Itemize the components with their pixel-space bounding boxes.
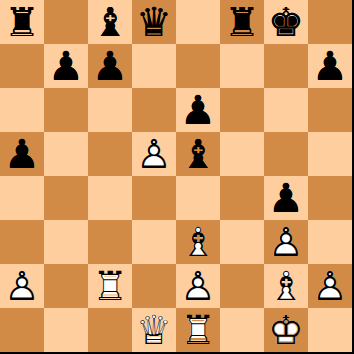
- square-c8[interactable]: ♝♝: [88, 0, 132, 44]
- square-c2[interactable]: ♜♖: [88, 264, 132, 308]
- white-pawn-icon[interactable]: ♟♙: [132, 132, 176, 176]
- square-a2[interactable]: ♟♙: [0, 264, 44, 308]
- square-g5[interactable]: [264, 132, 308, 176]
- square-d4[interactable]: [132, 176, 176, 220]
- white-pawn-icon[interactable]: ♟♙: [308, 264, 352, 308]
- square-a3[interactable]: [0, 220, 44, 264]
- square-c5[interactable]: [88, 132, 132, 176]
- black-pawn-icon[interactable]: ♟♟: [308, 44, 352, 88]
- square-f8[interactable]: ♜♜: [220, 0, 264, 44]
- square-c3[interactable]: [88, 220, 132, 264]
- black-rook-icon[interactable]: ♜♜: [220, 0, 264, 44]
- piece-outline-layer: ♕: [132, 308, 176, 352]
- piece-outline-layer: ♜: [220, 0, 264, 44]
- piece-outline-layer: ♝: [176, 132, 220, 176]
- black-bishop-icon[interactable]: ♝♝: [176, 132, 220, 176]
- square-g6[interactable]: [264, 88, 308, 132]
- square-a5[interactable]: ♟♟: [0, 132, 44, 176]
- square-h1[interactable]: [308, 308, 352, 352]
- square-d7[interactable]: [132, 44, 176, 88]
- piece-outline-layer: ♟: [88, 44, 132, 88]
- white-rook-icon[interactable]: ♜♖: [176, 308, 220, 352]
- square-h4[interactable]: [308, 176, 352, 220]
- square-a7[interactable]: [0, 44, 44, 88]
- square-d5[interactable]: ♟♙: [132, 132, 176, 176]
- square-d2[interactable]: [132, 264, 176, 308]
- square-c4[interactable]: [88, 176, 132, 220]
- piece-outline-layer: ♔: [264, 308, 308, 352]
- piece-outline-layer: ♙: [176, 264, 220, 308]
- square-e2[interactable]: ♟♙: [176, 264, 220, 308]
- square-h2[interactable]: ♟♙: [308, 264, 352, 308]
- piece-outline-layer: ♙: [0, 264, 44, 308]
- square-c7[interactable]: ♟♟: [88, 44, 132, 88]
- piece-outline-layer: ♖: [88, 264, 132, 308]
- square-g2[interactable]: ♝♗: [264, 264, 308, 308]
- piece-outline-layer: ♟: [308, 44, 352, 88]
- square-e7[interactable]: [176, 44, 220, 88]
- square-a1[interactable]: [0, 308, 44, 352]
- square-e8[interactable]: [176, 0, 220, 44]
- chess-board: ♜♜♝♝♛♛♜♜♚♚♟♟♟♟♟♟♟♟♟♟♟♙♝♝♟♟♝♗♟♙♟♙♜♖♟♙♝♗♟♙…: [0, 0, 354, 354]
- white-queen-icon[interactable]: ♛♕: [132, 308, 176, 352]
- square-b3[interactable]: [44, 220, 88, 264]
- piece-outline-layer: ♛: [132, 0, 176, 44]
- piece-outline-layer: ♟: [176, 88, 220, 132]
- square-a4[interactable]: [0, 176, 44, 220]
- black-king-icon[interactable]: ♚♚: [264, 0, 308, 44]
- square-c1[interactable]: [88, 308, 132, 352]
- square-h5[interactable]: [308, 132, 352, 176]
- square-c6[interactable]: [88, 88, 132, 132]
- square-a8[interactable]: ♜♜: [0, 0, 44, 44]
- square-d3[interactable]: [132, 220, 176, 264]
- piece-outline-layer: ♟: [44, 44, 88, 88]
- piece-outline-layer: ♖: [176, 308, 220, 352]
- black-pawn-icon[interactable]: ♟♟: [44, 44, 88, 88]
- white-bishop-icon[interactable]: ♝♗: [264, 264, 308, 308]
- square-f3[interactable]: [220, 220, 264, 264]
- white-pawn-icon[interactable]: ♟♙: [264, 220, 308, 264]
- square-b8[interactable]: [44, 0, 88, 44]
- piece-outline-layer: ♝: [88, 0, 132, 44]
- square-h6[interactable]: [308, 88, 352, 132]
- piece-outline-layer: ♟: [0, 132, 44, 176]
- white-king-icon[interactable]: ♚♔: [264, 308, 308, 352]
- square-d8[interactable]: ♛♛: [132, 0, 176, 44]
- square-d6[interactable]: [132, 88, 176, 132]
- square-f2[interactable]: [220, 264, 264, 308]
- black-pawn-icon[interactable]: ♟♟: [176, 88, 220, 132]
- square-e3[interactable]: ♝♗: [176, 220, 220, 264]
- square-e1[interactable]: ♜♖: [176, 308, 220, 352]
- square-e4[interactable]: [176, 176, 220, 220]
- black-rook-icon[interactable]: ♜♜: [0, 0, 44, 44]
- piece-outline-layer: ♟: [264, 176, 308, 220]
- black-bishop-icon[interactable]: ♝♝: [88, 0, 132, 44]
- square-f4[interactable]: [220, 176, 264, 220]
- white-bishop-icon[interactable]: ♝♗: [176, 220, 220, 264]
- piece-outline-layer: ♙: [308, 264, 352, 308]
- square-f1[interactable]: [220, 308, 264, 352]
- black-pawn-icon[interactable]: ♟♟: [0, 132, 44, 176]
- piece-outline-layer: ♜: [0, 0, 44, 44]
- piece-outline-layer: ♙: [264, 220, 308, 264]
- square-e5[interactable]: ♝♝: [176, 132, 220, 176]
- square-f7[interactable]: [220, 44, 264, 88]
- square-b7[interactable]: ♟♟: [44, 44, 88, 88]
- black-pawn-icon[interactable]: ♟♟: [88, 44, 132, 88]
- square-g1[interactable]: ♚♔: [264, 308, 308, 352]
- square-b5[interactable]: [44, 132, 88, 176]
- white-rook-icon[interactable]: ♜♖: [88, 264, 132, 308]
- square-b2[interactable]: [44, 264, 88, 308]
- square-g7[interactable]: [264, 44, 308, 88]
- piece-outline-layer: ♗: [176, 220, 220, 264]
- black-queen-icon[interactable]: ♛♛: [132, 0, 176, 44]
- white-pawn-icon[interactable]: ♟♙: [0, 264, 44, 308]
- piece-outline-layer: ♗: [264, 264, 308, 308]
- square-h7[interactable]: ♟♟: [308, 44, 352, 88]
- black-pawn-icon[interactable]: ♟♟: [264, 176, 308, 220]
- square-f6[interactable]: [220, 88, 264, 132]
- square-h8[interactable]: [308, 0, 352, 44]
- square-b4[interactable]: [44, 176, 88, 220]
- square-a6[interactable]: [0, 88, 44, 132]
- square-f5[interactable]: [220, 132, 264, 176]
- square-b1[interactable]: [44, 308, 88, 352]
- square-d1[interactable]: ♛♕: [132, 308, 176, 352]
- piece-outline-layer: ♙: [132, 132, 176, 176]
- piece-outline-layer: ♚: [264, 0, 308, 44]
- square-e6[interactable]: ♟♟: [176, 88, 220, 132]
- square-g4[interactable]: ♟♟: [264, 176, 308, 220]
- square-h3[interactable]: [308, 220, 352, 264]
- square-g3[interactable]: ♟♙: [264, 220, 308, 264]
- square-b6[interactable]: [44, 88, 88, 132]
- square-g8[interactable]: ♚♚: [264, 0, 308, 44]
- white-pawn-icon[interactable]: ♟♙: [176, 264, 220, 308]
